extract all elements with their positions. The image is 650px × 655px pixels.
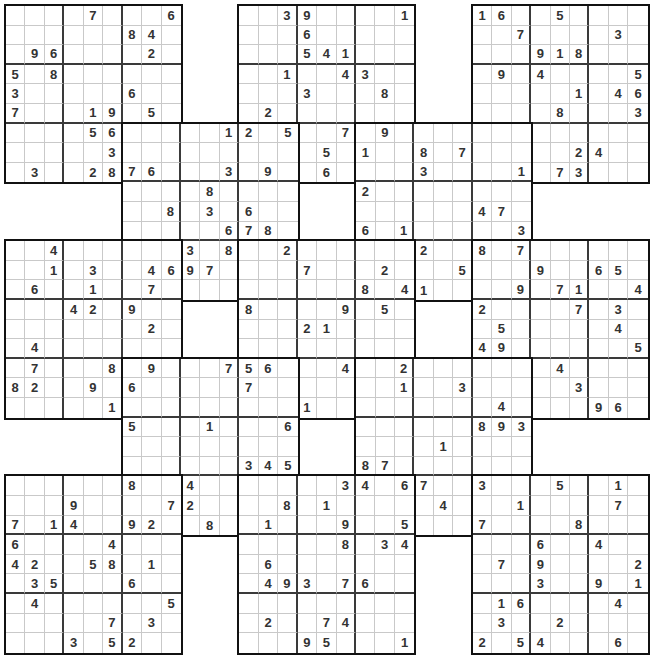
cell-r17-c29[interactable] <box>570 339 589 359</box>
cell-r2-c30[interactable] <box>589 45 608 65</box>
cell-r15-c5[interactable] <box>103 300 122 320</box>
cell-r20-c28[interactable] <box>551 398 570 418</box>
cell-r25-c4[interactable] <box>84 496 103 516</box>
cell-r17-c15[interactable] <box>298 339 317 359</box>
cell-r23-c23[interactable] <box>453 457 472 477</box>
cell-r2-c31[interactable] <box>609 45 628 65</box>
cell-r24-c13[interactable] <box>259 476 278 496</box>
cell-r25-c19[interactable] <box>375 496 394 516</box>
cell-r17-c3[interactable] <box>64 339 83 359</box>
cell-r14-c19[interactable] <box>375 280 394 300</box>
cell-r7-c17[interactable] <box>337 143 356 163</box>
cell-r4-c12[interactable] <box>239 84 258 104</box>
cell-r30-c4[interactable] <box>84 594 103 614</box>
cell-r28-c6[interactable] <box>123 555 142 575</box>
cell-r26-c5[interactable] <box>103 516 122 536</box>
cell-r18-c27[interactable] <box>531 359 550 379</box>
cell-r32-c2[interactable] <box>45 633 64 653</box>
cell-r5-c1[interactable] <box>25 104 44 124</box>
cell-r12-c0[interactable] <box>6 241 25 261</box>
cell-r29-c0[interactable] <box>6 574 25 594</box>
cell-r3-c30[interactable] <box>589 65 608 85</box>
cell-r20-c2[interactable] <box>45 398 64 418</box>
cell-r14-c23[interactable] <box>453 280 472 300</box>
cell-r4-c2[interactable] <box>45 84 64 104</box>
cell-r8-c14[interactable] <box>278 163 297 183</box>
cell-r8-c25[interactable] <box>492 163 511 183</box>
cell-r7-c32[interactable] <box>628 143 647 163</box>
cell-r15-c26[interactable] <box>512 300 531 320</box>
cell-r2-c32[interactable] <box>628 45 647 65</box>
cell-r22-c6[interactable] <box>123 437 142 457</box>
cell-r29-c20[interactable] <box>395 574 414 594</box>
cell-r0-c0[interactable] <box>6 6 25 26</box>
cell-r4-c3[interactable] <box>64 84 83 104</box>
cell-r8-c15[interactable] <box>298 163 317 183</box>
cell-r7-c2[interactable] <box>45 143 64 163</box>
cell-r26-c32[interactable] <box>628 516 647 536</box>
cell-r18-c30[interactable] <box>589 359 608 379</box>
cell-r15-c30[interactable] <box>589 300 608 320</box>
cell-r24-c16[interactable] <box>317 476 336 496</box>
cell-r3-c12[interactable] <box>239 65 258 85</box>
cell-r28-c19[interactable] <box>375 555 394 575</box>
cell-r25-c13[interactable] <box>259 496 278 516</box>
cell-r21-c13[interactable] <box>259 418 278 438</box>
cell-r16-c2[interactable] <box>45 320 64 340</box>
cell-r9-c7[interactable] <box>142 182 161 202</box>
cell-r18-c14[interactable] <box>278 359 297 379</box>
cell-r17-c27[interactable] <box>531 339 550 359</box>
cell-r12-c12[interactable] <box>239 241 258 261</box>
cell-r21-c9[interactable] <box>181 418 200 438</box>
cell-r4-c1[interactable] <box>25 84 44 104</box>
cell-r19-c26[interactable] <box>512 378 531 398</box>
cell-r13-c17[interactable] <box>337 261 356 281</box>
cell-r14-c27[interactable] <box>531 280 550 300</box>
cell-r1-c25[interactable] <box>492 26 511 46</box>
cell-r22-c14[interactable] <box>278 437 297 457</box>
cell-r21-c12[interactable] <box>239 418 258 438</box>
cell-r27-c1[interactable] <box>25 535 44 555</box>
cell-r9-c25[interactable] <box>492 182 511 202</box>
cell-r5-c27[interactable] <box>531 104 550 124</box>
cell-r12-c8[interactable] <box>162 241 181 261</box>
cell-r25-c28[interactable] <box>551 496 570 516</box>
cell-r12-c20[interactable] <box>395 241 414 261</box>
cell-r3-c5[interactable] <box>103 65 122 85</box>
cell-r10-c23[interactable] <box>453 202 472 222</box>
cell-r14-c2[interactable] <box>45 280 64 300</box>
cell-r17-c18[interactable] <box>356 339 375 359</box>
cell-r12-c6[interactable] <box>123 241 142 261</box>
cell-r19-c21[interactable] <box>414 378 433 398</box>
cell-r7-c19[interactable] <box>376 143 395 163</box>
cell-r8-c17[interactable] <box>337 163 356 183</box>
cell-r3-c16[interactable] <box>317 65 336 85</box>
cell-r21-c7[interactable] <box>142 418 161 438</box>
cell-r1-c1[interactable] <box>25 26 44 46</box>
cell-r13-c5[interactable] <box>103 261 122 281</box>
cell-r15-c2[interactable] <box>45 300 64 320</box>
cell-r30-c24[interactable] <box>473 594 492 614</box>
cell-r19-c3[interactable] <box>64 378 83 398</box>
cell-r3-c24[interactable] <box>473 65 492 85</box>
cell-r3-c4[interactable] <box>84 65 103 85</box>
cell-r16-c18[interactable] <box>356 320 375 340</box>
cell-r24-c22[interactable] <box>434 476 453 496</box>
cell-r29-c28[interactable] <box>551 574 570 594</box>
cell-r26-c14[interactable] <box>278 516 297 536</box>
cell-r12-c30[interactable] <box>589 241 608 261</box>
cell-r18-c32[interactable] <box>628 359 647 379</box>
cell-r29-c26[interactable] <box>512 574 531 594</box>
cell-r30-c20[interactable] <box>395 594 414 614</box>
cell-r30-c27[interactable] <box>531 594 550 614</box>
cell-r4-c7[interactable] <box>142 84 161 104</box>
cell-r0-c1[interactable] <box>25 6 44 26</box>
cell-r24-c19[interactable] <box>375 476 394 496</box>
cell-r7-c20[interactable] <box>395 143 414 163</box>
cell-r6-c7[interactable] <box>142 124 161 144</box>
cell-r14-c16[interactable] <box>317 280 336 300</box>
cell-r15-c16[interactable] <box>317 300 336 320</box>
cell-r10-c14[interactable] <box>278 202 297 222</box>
cell-r22-c24[interactable] <box>473 437 492 457</box>
cell-r13-c22[interactable] <box>434 261 453 281</box>
cell-r29-c7[interactable] <box>142 574 161 594</box>
cell-r22-c11[interactable] <box>220 437 239 457</box>
cell-r24-c2[interactable] <box>45 476 64 496</box>
cell-r12-c25[interactable] <box>492 241 511 261</box>
cell-r0-c18[interactable] <box>356 6 375 26</box>
cell-r22-c8[interactable] <box>162 437 181 457</box>
cell-r32-c25[interactable] <box>492 633 511 653</box>
cell-r28-c18[interactable] <box>356 555 375 575</box>
cell-r23-c9[interactable] <box>181 457 200 477</box>
cell-r26-c30[interactable] <box>589 516 608 536</box>
cell-r18-c6[interactable] <box>123 359 142 379</box>
cell-r31-c24[interactable] <box>473 614 492 634</box>
cell-r19-c27[interactable] <box>531 378 550 398</box>
cell-r26-c19[interactable] <box>375 516 394 536</box>
cell-r20-c11[interactable] <box>220 398 239 418</box>
cell-r27-c28[interactable] <box>551 535 570 555</box>
cell-r18-c24[interactable] <box>473 359 492 379</box>
cell-r2-c26[interactable] <box>512 45 531 65</box>
cell-r17-c31[interactable] <box>609 339 628 359</box>
cell-r14-c0[interactable] <box>6 280 25 300</box>
cell-r10-c7[interactable] <box>142 202 161 222</box>
cell-r16-c28[interactable] <box>551 320 570 340</box>
cell-r15-c18[interactable] <box>356 300 375 320</box>
cell-r12-c10[interactable] <box>200 241 219 261</box>
cell-r32-c19[interactable] <box>375 633 394 653</box>
cell-r31-c2[interactable] <box>45 614 64 634</box>
cell-r4-c5[interactable] <box>103 84 122 104</box>
cell-r20-c9[interactable] <box>181 398 200 418</box>
cell-r30-c28[interactable] <box>551 594 570 614</box>
cell-r13-c25[interactable] <box>492 261 511 281</box>
cell-r30-c15[interactable] <box>298 594 317 614</box>
cell-r24-c25[interactable] <box>492 476 511 496</box>
cell-r19-c17[interactable] <box>337 378 356 398</box>
cell-r9-c11[interactable] <box>220 182 239 202</box>
cell-r15-c27[interactable] <box>531 300 550 320</box>
cell-r24-c32[interactable] <box>628 476 647 496</box>
cell-r19-c25[interactable] <box>492 378 511 398</box>
cell-r8-c24[interactable] <box>473 163 492 183</box>
cell-r9-c6[interactable] <box>123 182 142 202</box>
cell-r8-c31[interactable] <box>609 163 628 183</box>
cell-r10-c18[interactable] <box>356 202 375 222</box>
cell-r25-c12[interactable] <box>239 496 258 516</box>
cell-r20-c27[interactable] <box>531 398 550 418</box>
cell-r25-c10[interactable] <box>200 496 219 516</box>
cell-r9-c19[interactable] <box>376 182 395 202</box>
cell-r22-c12[interactable] <box>239 437 258 457</box>
cell-r5-c31[interactable] <box>609 104 628 124</box>
cell-r3-c31[interactable] <box>609 65 628 85</box>
cell-r27-c7[interactable] <box>142 535 161 555</box>
cell-r30-c19[interactable] <box>375 594 394 614</box>
cell-r20-c21[interactable] <box>414 398 433 418</box>
cell-r19-c15[interactable] <box>298 378 317 398</box>
cell-r25-c23[interactable] <box>453 496 472 516</box>
cell-r7-c8[interactable] <box>162 143 181 163</box>
cell-r22-c13[interactable] <box>259 437 278 457</box>
cell-r26-c28[interactable] <box>551 516 570 536</box>
cell-r24-c15[interactable] <box>298 476 317 496</box>
cell-r3-c6[interactable] <box>123 65 142 85</box>
cell-r0-c17[interactable] <box>337 6 356 26</box>
cell-r28-c3[interactable] <box>64 555 83 575</box>
cell-r24-c7[interactable] <box>142 476 161 496</box>
cell-r4-c14[interactable] <box>278 84 297 104</box>
cell-r24-c8[interactable] <box>162 476 181 496</box>
cell-r13-c20[interactable] <box>395 261 414 281</box>
cell-r8-c2[interactable] <box>45 163 64 183</box>
cell-r2-c24[interactable] <box>473 45 492 65</box>
cell-r0-c12[interactable] <box>239 6 258 26</box>
cell-r6-c18[interactable] <box>356 124 375 144</box>
cell-r28-c15[interactable] <box>298 555 317 575</box>
cell-r7-c4[interactable] <box>84 143 103 163</box>
cell-r14-c14[interactable] <box>278 280 297 300</box>
cell-r19-c24[interactable] <box>473 378 492 398</box>
cell-r20-c23[interactable] <box>453 398 472 418</box>
cell-r13-c26[interactable] <box>512 261 531 281</box>
cell-r25-c32[interactable] <box>628 496 647 516</box>
cell-r29-c19[interactable] <box>375 574 394 594</box>
cell-r14-c15[interactable] <box>298 280 317 300</box>
cell-r12-c29[interactable] <box>570 241 589 261</box>
cell-r16-c26[interactable] <box>512 320 531 340</box>
cell-r19-c9[interactable] <box>181 378 200 398</box>
cell-r31-c0[interactable] <box>6 614 25 634</box>
cell-r31-c6[interactable] <box>123 614 142 634</box>
cell-r32-c13[interactable] <box>259 633 278 653</box>
cell-r30-c5[interactable] <box>103 594 122 614</box>
cell-r10-c21[interactable] <box>414 202 433 222</box>
cell-r3-c13[interactable] <box>259 65 278 85</box>
cell-r10-c22[interactable] <box>434 202 453 222</box>
cell-r30-c0[interactable] <box>6 594 25 614</box>
cell-r7-c28[interactable] <box>551 143 570 163</box>
cell-r28-c2[interactable] <box>45 555 64 575</box>
cell-r0-c13[interactable] <box>259 6 278 26</box>
cell-r27-c14[interactable] <box>278 535 297 555</box>
cell-r8-c32[interactable] <box>628 163 647 183</box>
cell-r18-c3[interactable] <box>64 359 83 379</box>
cell-r19-c14[interactable] <box>278 378 297 398</box>
cell-r6-c23[interactable] <box>453 124 472 144</box>
cell-r26-c18[interactable] <box>356 516 375 536</box>
cell-r10-c26[interactable] <box>512 202 531 222</box>
cell-r16-c20[interactable] <box>395 320 414 340</box>
cell-r24-c0[interactable] <box>6 476 25 496</box>
cell-r27-c6[interactable] <box>123 535 142 555</box>
cell-r12-c5[interactable] <box>103 241 122 261</box>
cell-r14-c12[interactable] <box>239 280 258 300</box>
cell-r15-c8[interactable] <box>162 300 181 320</box>
cell-r1-c24[interactable] <box>473 26 492 46</box>
cell-r1-c29[interactable] <box>570 26 589 46</box>
cell-r25-c29[interactable] <box>570 496 589 516</box>
cell-r4-c8[interactable] <box>162 84 181 104</box>
cell-r26-c21[interactable] <box>414 516 433 536</box>
cell-r18-c8[interactable] <box>162 359 181 379</box>
cell-r7-c15[interactable] <box>298 143 317 163</box>
cell-r5-c16[interactable] <box>317 104 336 124</box>
cell-r30-c17[interactable] <box>337 594 356 614</box>
cell-r7-c0[interactable] <box>6 143 25 163</box>
cell-r6-c3[interactable] <box>64 124 83 144</box>
cell-r10-c11[interactable] <box>220 202 239 222</box>
cell-r9-c24[interactable] <box>473 182 492 202</box>
cell-r12-c4[interactable] <box>84 241 103 261</box>
cell-r32-c4[interactable] <box>84 633 103 653</box>
cell-r18-c9[interactable] <box>181 359 200 379</box>
cell-r16-c29[interactable] <box>570 320 589 340</box>
cell-r9-c12[interactable] <box>239 182 258 202</box>
cell-r6-c28[interactable] <box>551 124 570 144</box>
cell-r14-c8[interactable] <box>162 280 181 300</box>
cell-r32-c0[interactable] <box>6 633 25 653</box>
cell-r13-c14[interactable] <box>278 261 297 281</box>
cell-r19-c30[interactable] <box>589 378 608 398</box>
cell-r1-c27[interactable] <box>531 26 550 46</box>
cell-r3-c7[interactable] <box>142 65 161 85</box>
cell-r1-c2[interactable] <box>45 26 64 46</box>
cell-r18-c15[interactable] <box>298 359 317 379</box>
cell-r21-c21[interactable] <box>414 418 433 438</box>
cell-r31-c14[interactable] <box>278 614 297 634</box>
cell-r15-c15[interactable] <box>298 300 317 320</box>
cell-r15-c32[interactable] <box>628 300 647 320</box>
cell-r25-c20[interactable] <box>395 496 414 516</box>
cell-r2-c12[interactable] <box>239 45 258 65</box>
cell-r9-c26[interactable] <box>512 182 531 202</box>
cell-r29-c8[interactable] <box>162 574 181 594</box>
cell-r19-c22[interactable] <box>434 378 453 398</box>
cell-r16-c12[interactable] <box>239 320 258 340</box>
cell-r17-c12[interactable] <box>239 339 258 359</box>
cell-r12-c32[interactable] <box>628 241 647 261</box>
cell-r20-c0[interactable] <box>6 398 25 418</box>
cell-r20-c22[interactable] <box>434 398 453 418</box>
cell-r23-c10[interactable] <box>200 457 219 477</box>
cell-r24-c30[interactable] <box>589 476 608 496</box>
cell-r0-c26[interactable] <box>512 6 531 26</box>
cell-r1-c14[interactable] <box>278 26 297 46</box>
cell-r30-c3[interactable] <box>64 594 83 614</box>
cell-r1-c4[interactable] <box>84 26 103 46</box>
cell-r7-c11[interactable] <box>220 143 239 163</box>
cell-r6-c1[interactable] <box>25 124 44 144</box>
cell-r28-c14[interactable] <box>278 555 297 575</box>
cell-r19-c18[interactable] <box>356 378 375 398</box>
cell-r6-c20[interactable] <box>395 124 414 144</box>
cell-r1-c19[interactable] <box>375 26 394 46</box>
cell-r2-c18[interactable] <box>356 45 375 65</box>
cell-r20-c17[interactable] <box>337 398 356 418</box>
cell-r14-c30[interactable] <box>589 280 608 300</box>
cell-r15-c1[interactable] <box>25 300 44 320</box>
cell-r23-c22[interactable] <box>434 457 453 477</box>
cell-r7-c10[interactable] <box>200 143 219 163</box>
cell-r13-c28[interactable] <box>551 261 570 281</box>
cell-r31-c29[interactable] <box>570 614 589 634</box>
cell-r2-c20[interactable] <box>395 45 414 65</box>
cell-r3-c15[interactable] <box>298 65 317 85</box>
cell-r31-c1[interactable] <box>25 614 44 634</box>
cell-r6-c27[interactable] <box>531 124 550 144</box>
cell-r6-c29[interactable] <box>570 124 589 144</box>
cell-r7-c22[interactable] <box>434 143 453 163</box>
cell-r2-c19[interactable] <box>375 45 394 65</box>
cell-r22-c23[interactable] <box>453 437 472 457</box>
cell-r17-c13[interactable] <box>259 339 278 359</box>
cell-r0-c30[interactable] <box>589 6 608 26</box>
cell-r0-c16[interactable] <box>317 6 336 26</box>
cell-r7-c6[interactable] <box>123 143 142 163</box>
cell-r28-c28[interactable] <box>551 555 570 575</box>
cell-r8-c8[interactable] <box>162 163 181 183</box>
cell-r7-c14[interactable] <box>278 143 297 163</box>
cell-r27-c24[interactable] <box>473 535 492 555</box>
cell-r30-c13[interactable] <box>259 594 278 614</box>
cell-r28-c26[interactable] <box>512 555 531 575</box>
cell-r8-c23[interactable] <box>453 163 472 183</box>
cell-r20-c29[interactable] <box>570 398 589 418</box>
cell-r31-c8[interactable] <box>162 614 181 634</box>
cell-r27-c25[interactable] <box>492 535 511 555</box>
cell-r29-c5[interactable] <box>103 574 122 594</box>
cell-r30-c6[interactable] <box>123 594 142 614</box>
cell-r27-c29[interactable] <box>570 535 589 555</box>
cell-r24-c27[interactable] <box>531 476 550 496</box>
cell-r11-c9[interactable] <box>181 222 200 242</box>
cell-r19-c31[interactable] <box>609 378 628 398</box>
cell-r26-c25[interactable] <box>492 516 511 536</box>
cell-r15-c13[interactable] <box>259 300 278 320</box>
cell-r14-c6[interactable] <box>123 280 142 300</box>
cell-r18-c29[interactable] <box>570 359 589 379</box>
cell-r29-c25[interactable] <box>492 574 511 594</box>
cell-r27-c32[interactable] <box>628 535 647 555</box>
cell-r25-c27[interactable] <box>531 496 550 516</box>
